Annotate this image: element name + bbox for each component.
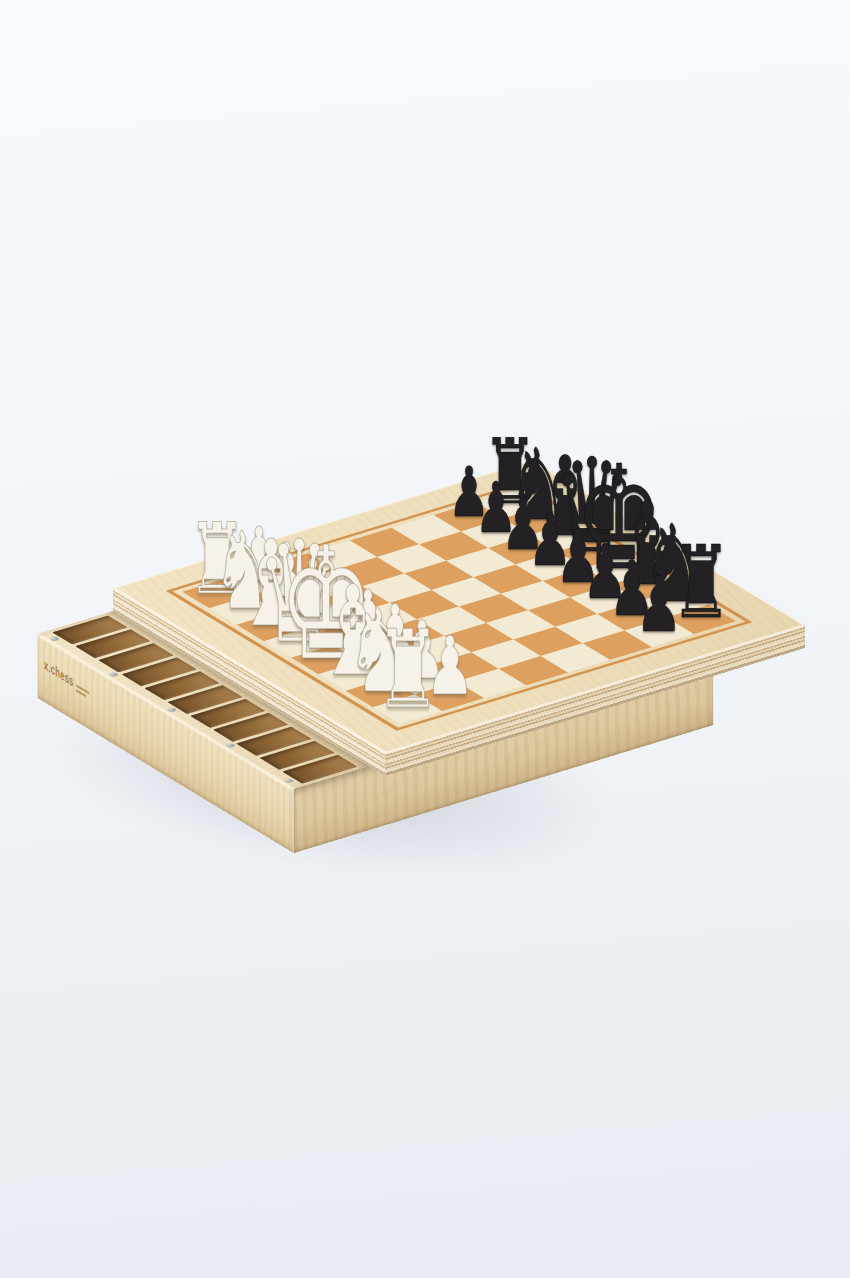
magnet-dot [107,672,118,677]
magnet-dot [224,743,235,748]
magnet-dot [49,636,60,641]
brand-logo-text: x.chess [44,656,74,690]
product-photo-stage: x.chess ♜♞♝♛♚♝♞♜♟♟♟♟♟♟♟♟♟♟♟♟♟♟♟♟♜♞♝♛♚♝♞♜ [0,0,850,1278]
brand-logo: x.chess [44,656,89,699]
magnet-dot [166,707,177,712]
brand-tagline-lines [76,684,89,699]
magnet-dot [283,778,294,783]
